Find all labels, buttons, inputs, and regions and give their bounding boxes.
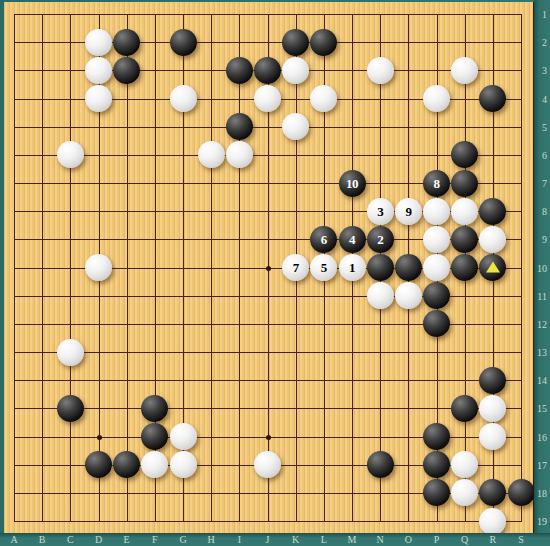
column-label-Q: Q — [461, 534, 468, 545]
stone-O8[interactable]: 9 — [395, 198, 422, 225]
stone-P7[interactable]: 8 — [423, 170, 450, 197]
stone-Q10[interactable] — [451, 254, 478, 281]
grid-line — [14, 14, 15, 522]
stone-C15[interactable] — [57, 395, 84, 422]
row-label-8: 8 — [542, 206, 547, 217]
column-label-C: C — [67, 534, 74, 545]
stone-D10[interactable] — [85, 254, 112, 281]
column-label-F: F — [152, 534, 158, 545]
stone-D3[interactable] — [85, 57, 112, 84]
stone-D4[interactable] — [85, 85, 112, 112]
stone-M7[interactable]: 10 — [339, 170, 366, 197]
column-label-B: B — [39, 534, 46, 545]
stone-J3[interactable] — [254, 57, 281, 84]
stone-P10[interactable] — [423, 254, 450, 281]
stone-Q6[interactable] — [451, 141, 478, 168]
row-label-9: 9 — [542, 234, 547, 245]
stone-N10[interactable] — [367, 254, 394, 281]
stone-L10[interactable]: 5 — [310, 254, 337, 281]
row-label-6: 6 — [542, 149, 547, 160]
stone-N11[interactable] — [367, 282, 394, 309]
stone-Q15[interactable] — [451, 395, 478, 422]
stone-L9[interactable]: 6 — [310, 226, 337, 253]
stone-K2[interactable] — [282, 29, 309, 56]
move-number-label: 8 — [434, 170, 440, 197]
move-number-label: 6 — [321, 226, 327, 253]
stone-N8[interactable]: 3 — [367, 198, 394, 225]
row-coordinate-strip: 12345678910111213141516171819 — [534, 0, 550, 546]
stone-O10[interactable] — [395, 254, 422, 281]
row-label-19: 19 — [537, 516, 547, 527]
grid-line — [70, 14, 71, 522]
stone-Q7[interactable] — [451, 170, 478, 197]
stone-G16[interactable] — [170, 423, 197, 450]
stone-J4[interactable] — [254, 85, 281, 112]
stone-R10[interactable] — [479, 254, 506, 281]
triangle-marker — [486, 261, 500, 272]
column-label-L: L — [321, 534, 327, 545]
row-label-11: 11 — [537, 290, 547, 301]
stone-F15[interactable] — [141, 395, 168, 422]
stone-P11[interactable] — [423, 282, 450, 309]
star-point — [97, 435, 102, 440]
stone-I6[interactable] — [226, 141, 253, 168]
stone-P8[interactable] — [423, 198, 450, 225]
column-label-G: G — [179, 534, 186, 545]
grid-line — [239, 14, 240, 522]
stone-K5[interactable] — [282, 113, 309, 140]
stone-H6[interactable] — [198, 141, 225, 168]
stone-P12[interactable] — [423, 310, 450, 337]
row-label-1: 1 — [542, 9, 547, 20]
move-number-label: 9 — [405, 198, 411, 225]
stone-N17[interactable] — [367, 451, 394, 478]
stone-L4[interactable] — [310, 85, 337, 112]
stone-N3[interactable] — [367, 57, 394, 84]
move-number-label: 10 — [346, 170, 358, 197]
goban[interactable]: 10839642751 — [4, 2, 534, 534]
row-label-5: 5 — [542, 121, 547, 132]
stone-R15[interactable] — [479, 395, 506, 422]
stone-Q17[interactable] — [451, 451, 478, 478]
move-number-label: 7 — [293, 254, 299, 281]
move-number-label: 5 — [321, 254, 327, 281]
move-number-label: 3 — [377, 198, 383, 225]
stone-R18[interactable] — [479, 479, 506, 506]
stone-Q3[interactable] — [451, 57, 478, 84]
column-label-M: M — [348, 534, 357, 545]
stone-D17[interactable] — [85, 451, 112, 478]
star-point — [266, 435, 271, 440]
stone-Q8[interactable] — [451, 198, 478, 225]
column-label-K: K — [292, 534, 299, 545]
stone-P9[interactable] — [423, 226, 450, 253]
row-label-14: 14 — [537, 375, 547, 386]
stone-P17[interactable] — [423, 451, 450, 478]
stone-R9[interactable] — [479, 226, 506, 253]
row-label-4: 4 — [542, 93, 547, 104]
stone-P4[interactable] — [423, 85, 450, 112]
grid-line — [211, 14, 212, 522]
row-label-17: 17 — [537, 459, 547, 470]
stone-D2[interactable] — [85, 29, 112, 56]
stone-I3[interactable] — [226, 57, 253, 84]
move-number-label: 4 — [349, 226, 355, 253]
row-label-13: 13 — [537, 347, 547, 358]
stone-I5[interactable] — [226, 113, 253, 140]
stone-G4[interactable] — [170, 85, 197, 112]
stone-G17[interactable] — [170, 451, 197, 478]
stone-R19[interactable] — [479, 508, 506, 535]
stone-F17[interactable] — [141, 451, 168, 478]
column-label-N: N — [377, 534, 384, 545]
column-label-I: I — [238, 534, 241, 545]
column-label-S: S — [518, 534, 524, 545]
column-label-R: R — [490, 534, 497, 545]
stone-K10[interactable]: 7 — [282, 254, 309, 281]
column-label-J: J — [266, 534, 270, 545]
stone-M9[interactable]: 4 — [339, 226, 366, 253]
stone-N9[interactable]: 2 — [367, 226, 394, 253]
stone-P18[interactable] — [423, 479, 450, 506]
stone-P16[interactable] — [423, 423, 450, 450]
row-label-18: 18 — [537, 487, 547, 498]
row-label-12: 12 — [537, 318, 547, 329]
column-label-E: E — [124, 534, 130, 545]
move-number-label: 2 — [377, 226, 383, 253]
stone-C13[interactable] — [57, 339, 84, 366]
stone-R8[interactable] — [479, 198, 506, 225]
stone-E2[interactable] — [113, 29, 140, 56]
stone-S18[interactable] — [508, 479, 535, 506]
stone-Q18[interactable] — [451, 479, 478, 506]
grid-line — [521, 14, 522, 522]
row-label-2: 2 — [542, 37, 547, 48]
row-label-16: 16 — [537, 431, 547, 442]
row-label-3: 3 — [542, 65, 547, 76]
row-label-10: 10 — [537, 262, 547, 273]
go-board-app: 10839642751 1234567891011121314151617181… — [0, 0, 550, 546]
stone-G2[interactable] — [170, 29, 197, 56]
grid-line — [127, 14, 128, 522]
stone-R16[interactable] — [479, 423, 506, 450]
stone-K3[interactable] — [282, 57, 309, 84]
stone-C6[interactable] — [57, 141, 84, 168]
stone-F16[interactable] — [141, 423, 168, 450]
stone-R4[interactable] — [479, 85, 506, 112]
column-coordinate-strip: ABCDEFGHIJKLMNOPQRS — [0, 533, 550, 546]
column-label-A: A — [10, 534, 17, 545]
stone-L2[interactable] — [310, 29, 337, 56]
star-point — [266, 266, 271, 271]
grid-line — [42, 14, 43, 522]
stone-E17[interactable] — [113, 451, 140, 478]
row-label-15: 15 — [537, 403, 547, 414]
stone-Q9[interactable] — [451, 226, 478, 253]
column-label-H: H — [208, 534, 215, 545]
row-label-7: 7 — [542, 178, 547, 189]
stone-M10[interactable]: 1 — [339, 254, 366, 281]
stone-O11[interactable] — [395, 282, 422, 309]
column-label-D: D — [95, 534, 102, 545]
move-number-label: 1 — [349, 254, 355, 281]
column-label-P: P — [434, 534, 440, 545]
column-label-O: O — [405, 534, 412, 545]
stone-J17[interactable] — [254, 451, 281, 478]
stone-E3[interactable] — [113, 57, 140, 84]
stone-R14[interactable] — [479, 367, 506, 394]
